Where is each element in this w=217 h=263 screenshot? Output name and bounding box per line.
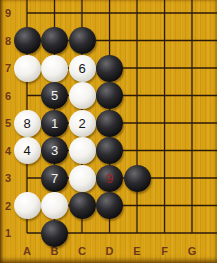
row-label-5: 5 <box>5 118 11 129</box>
white-stone-A5[interactable]: 8 <box>14 110 41 137</box>
white-stone-B7[interactable] <box>41 55 68 82</box>
black-stone-C2[interactable] <box>69 192 96 219</box>
black-stone-D6[interactable] <box>96 82 123 109</box>
white-stone-C7[interactable]: 6 <box>69 55 96 82</box>
black-stone-B1[interactable] <box>41 220 68 247</box>
black-stone-E3[interactable] <box>124 165 151 192</box>
row-label-2: 2 <box>5 200 11 211</box>
move-number: 8 <box>23 117 30 130</box>
row-label-3: 3 <box>5 173 11 184</box>
row-label-6: 6 <box>5 90 11 101</box>
move-number: 2 <box>78 117 85 130</box>
white-stone-C4[interactable] <box>69 137 96 164</box>
black-stone-B4[interactable]: 3 <box>41 137 68 164</box>
move-number: 9 <box>106 172 113 185</box>
white-stone-B2[interactable] <box>41 192 68 219</box>
move-number: 7 <box>51 172 58 185</box>
black-stone-C8[interactable] <box>69 27 96 54</box>
white-stone-A2[interactable] <box>14 192 41 219</box>
white-stone-C5[interactable]: 2 <box>69 110 96 137</box>
black-stone-B3[interactable]: 7 <box>41 165 68 192</box>
black-stone-D7[interactable] <box>96 55 123 82</box>
go-board[interactable]: 987654321ABCDEFG 658124379 <box>0 0 217 263</box>
black-stone-B5[interactable]: 1 <box>41 110 68 137</box>
white-stone-A7[interactable] <box>14 55 41 82</box>
stones-layer: 658124379 <box>13 0 206 247</box>
row-label-8: 8 <box>5 35 11 46</box>
move-number: 1 <box>51 117 58 130</box>
black-stone-B8[interactable] <box>41 27 68 54</box>
black-stone-D5[interactable] <box>96 110 123 137</box>
black-stone-A8[interactable] <box>14 27 41 54</box>
row-label-9: 9 <box>5 8 11 19</box>
white-stone-C3[interactable] <box>69 165 96 192</box>
black-stone-B6[interactable]: 5 <box>41 82 68 109</box>
move-number: 6 <box>78 62 85 75</box>
move-number: 4 <box>23 144 30 157</box>
black-stone-D4[interactable] <box>96 137 123 164</box>
white-stone-A4[interactable]: 4 <box>14 137 41 164</box>
black-stone-D2[interactable] <box>96 192 123 219</box>
white-stone-C6[interactable] <box>69 82 96 109</box>
black-stone-D3[interactable]: 9 <box>96 165 123 192</box>
row-label-7: 7 <box>5 63 11 74</box>
row-label-4: 4 <box>5 145 11 156</box>
row-label-1: 1 <box>5 228 11 239</box>
move-number: 5 <box>51 89 58 102</box>
move-number: 3 <box>51 144 58 157</box>
